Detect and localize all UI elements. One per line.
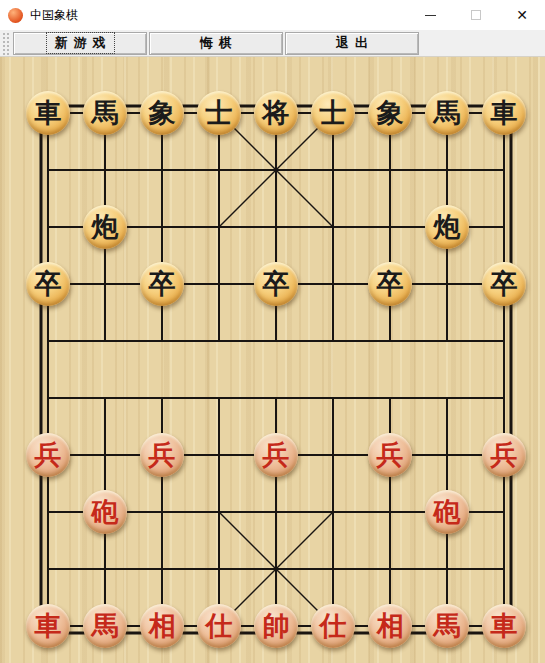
piece-black-rook-a[interactable]: 車 bbox=[26, 91, 70, 135]
piece-red-cannon-b[interactable]: 砲 bbox=[83, 490, 127, 534]
piece-red-elephant-c[interactable]: 相 bbox=[140, 604, 184, 648]
piece-red-soldier-a[interactable]: 兵 bbox=[26, 433, 70, 477]
piece-black-elephant-g[interactable]: 象 bbox=[368, 91, 412, 135]
piece-red-advisor-f[interactable]: 仕 bbox=[311, 604, 355, 648]
piece-black-soldier-g[interactable]: 卒 bbox=[368, 262, 412, 306]
piece-black-cannon-b[interactable]: 炮 bbox=[83, 205, 127, 249]
maximize-icon bbox=[471, 10, 481, 20]
piece-black-soldier-i[interactable]: 卒 bbox=[482, 262, 526, 306]
piece-red-soldier-g[interactable]: 兵 bbox=[368, 433, 412, 477]
piece-black-knight-h[interactable]: 馬 bbox=[425, 91, 469, 135]
minimize-icon bbox=[425, 15, 436, 16]
maximize-button[interactable] bbox=[453, 0, 499, 30]
board-lines bbox=[0, 57, 545, 663]
piece-red-general-e[interactable]: 帥 bbox=[254, 604, 298, 648]
undo-move-button[interactable]: 悔棋 bbox=[149, 32, 283, 55]
piece-red-soldier-i[interactable]: 兵 bbox=[482, 433, 526, 477]
piece-black-knight-b[interactable]: 馬 bbox=[83, 91, 127, 135]
exit-label: 退出 bbox=[328, 33, 376, 53]
piece-black-soldier-c[interactable]: 卒 bbox=[140, 262, 184, 306]
close-button[interactable]: ✕ bbox=[499, 0, 545, 30]
piece-black-advisor-f[interactable]: 士 bbox=[311, 91, 355, 135]
window-controls: ✕ bbox=[407, 0, 545, 30]
piece-red-advisor-d[interactable]: 仕 bbox=[197, 604, 241, 648]
piece-red-rook-i[interactable]: 車 bbox=[482, 604, 526, 648]
piece-black-elephant-c[interactable]: 象 bbox=[140, 91, 184, 135]
piece-red-soldier-e[interactable]: 兵 bbox=[254, 433, 298, 477]
piece-black-rook-i[interactable]: 車 bbox=[482, 91, 526, 135]
minimize-button[interactable] bbox=[407, 0, 453, 30]
piece-black-soldier-a[interactable]: 卒 bbox=[26, 262, 70, 306]
new-game-label: 新游戏 bbox=[47, 33, 114, 53]
undo-move-label: 悔棋 bbox=[192, 33, 240, 53]
new-game-button[interactable]: 新游戏 bbox=[13, 32, 147, 55]
piece-red-soldier-c[interactable]: 兵 bbox=[140, 433, 184, 477]
piece-red-cannon-h[interactable]: 砲 bbox=[425, 490, 469, 534]
app-window: 中国象棋 ✕ 新游戏 悔棋 退出 bbox=[0, 0, 545, 663]
app-icon bbox=[8, 8, 23, 23]
piece-black-cannon-h[interactable]: 炮 bbox=[425, 205, 469, 249]
window-title: 中国象棋 bbox=[30, 7, 78, 24]
piece-black-general-e[interactable]: 将 bbox=[254, 91, 298, 135]
piece-red-rook-a[interactable]: 車 bbox=[26, 604, 70, 648]
piece-red-knight-b[interactable]: 馬 bbox=[83, 604, 127, 648]
exit-button[interactable]: 退出 bbox=[285, 32, 419, 55]
piece-black-advisor-d[interactable]: 士 bbox=[197, 91, 241, 135]
toolbar-gripper[interactable] bbox=[2, 32, 11, 55]
piece-red-elephant-g[interactable]: 相 bbox=[368, 604, 412, 648]
piece-black-soldier-e[interactable]: 卒 bbox=[254, 262, 298, 306]
close-icon: ✕ bbox=[516, 8, 528, 22]
piece-red-knight-h[interactable]: 馬 bbox=[425, 604, 469, 648]
xiangqi-board[interactable]: 車馬象士将士象馬車炮炮卒卒卒卒卒兵兵兵兵兵砲砲車馬相仕帥仕相馬車 bbox=[0, 57, 545, 663]
toolbar: 新游戏 悔棋 退出 bbox=[0, 30, 545, 57]
title-bar: 中国象棋 ✕ bbox=[0, 0, 545, 30]
